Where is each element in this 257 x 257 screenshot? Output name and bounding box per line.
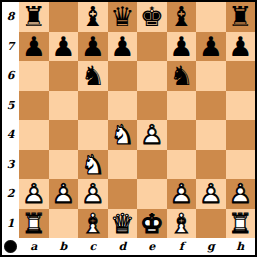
square-a7[interactable]: ♟ [19,32,49,62]
black-pawn[interactable]: ♟ [19,32,49,62]
file-label-h: h [226,238,256,255]
square-c2[interactable]: ♟♙ [78,179,108,209]
black-bishop-glyph: ♝ [78,2,108,32]
square-e8[interactable]: ♚ [137,2,167,32]
black-rook[interactable]: ♜ [19,2,49,32]
square-b8[interactable] [49,2,79,32]
square-f4[interactable] [167,120,197,150]
square-b6[interactable] [49,61,79,91]
white-bishop[interactable]: ♝♗ [167,209,197,239]
square-d2[interactable] [108,179,138,209]
square-g6[interactable] [196,61,226,91]
white-pawn[interactable]: ♟♙ [196,179,226,209]
square-a1[interactable]: ♜♖ [19,209,49,239]
square-d1[interactable]: ♛♕ [108,209,138,239]
black-knight-glyph: ♞ [167,61,197,91]
square-c4[interactable] [78,120,108,150]
square-h7[interactable]: ♟ [226,32,256,62]
black-pawn-glyph: ♟ [78,32,108,62]
square-h6[interactable] [226,61,256,91]
white-king[interactable]: ♚♔ [137,209,167,239]
white-pawn-outline: ♙ [78,179,108,209]
square-g4[interactable] [196,120,226,150]
file-label-a: a [19,238,49,255]
white-pawn-outline: ♙ [226,179,256,209]
white-bishop-outline: ♗ [167,209,197,239]
file-label-b: b [49,238,79,255]
square-h1[interactable]: ♜♖ [226,209,256,239]
file-label-d: d [108,238,138,255]
rank-label-5: 5 [2,91,19,121]
square-f6[interactable]: ♞ [167,61,197,91]
square-a3[interactable] [19,150,49,180]
to-move-indicator-black [2,238,19,255]
file-label-e: e [137,238,167,255]
white-rook[interactable]: ♜♖ [226,209,256,239]
white-pawn[interactable]: ♟♙ [19,179,49,209]
file-label-c: c [78,238,108,255]
white-bishop[interactable]: ♝♗ [78,209,108,239]
black-pawn[interactable]: ♟ [78,32,108,62]
square-c5[interactable] [78,91,108,121]
white-pawn[interactable]: ♟♙ [49,179,79,209]
black-pawn[interactable]: ♟ [226,32,256,62]
white-pawn[interactable]: ♟♙ [167,179,197,209]
square-d4[interactable]: ♞♘ [108,120,138,150]
square-e4[interactable]: ♟♙ [137,120,167,150]
white-queen-outline: ♕ [108,209,138,239]
square-e7[interactable] [137,32,167,62]
white-pawn[interactable]: ♟♙ [226,179,256,209]
black-pawn-glyph: ♟ [19,32,49,62]
square-c7[interactable]: ♟ [78,32,108,62]
square-c3[interactable]: ♞♘ [78,150,108,180]
square-d6[interactable] [108,61,138,91]
square-h3[interactable] [226,150,256,180]
white-pawn-outline: ♙ [19,179,49,209]
black-pawn[interactable]: ♟ [196,32,226,62]
square-a6[interactable] [19,61,49,91]
square-g1[interactable] [196,209,226,239]
chess-diagram: 8♜♝♛♚♝♜7♟♟♟♟♟♟♟6♞♞54♞♘♟♙3♞♘2♟♙♟♙♟♙♟♙♟♙♟♙… [0,0,257,257]
white-bishop-outline: ♗ [78,209,108,239]
white-rook-outline: ♖ [226,209,256,239]
black-pawn[interactable]: ♟ [108,32,138,62]
rank-label-3: 3 [2,150,19,180]
square-d3[interactable] [108,150,138,180]
square-e6[interactable] [137,61,167,91]
black-pawn-glyph: ♟ [108,32,138,62]
square-d5[interactable] [108,91,138,121]
square-d7[interactable]: ♟ [108,32,138,62]
black-pawn[interactable]: ♟ [167,32,197,62]
black-pawn-glyph: ♟ [49,32,79,62]
square-a4[interactable] [19,120,49,150]
black-knight-glyph: ♞ [78,61,108,91]
black-to-move-dot-icon [4,240,17,253]
black-rook[interactable]: ♜ [226,2,256,32]
square-c1[interactable]: ♝♗ [78,209,108,239]
white-rook[interactable]: ♜♖ [19,209,49,239]
black-king-glyph: ♚ [137,2,167,32]
square-h8[interactable]: ♜ [226,2,256,32]
file-label-f: f [167,238,197,255]
square-g8[interactable] [196,2,226,32]
square-b5[interactable] [49,91,79,121]
white-pawn[interactable]: ♟♙ [78,179,108,209]
rank-label-6: 6 [2,61,19,91]
white-knight-outline: ♘ [78,150,108,180]
square-f7[interactable]: ♟ [167,32,197,62]
black-queen[interactable]: ♛ [108,2,138,32]
square-g3[interactable] [196,150,226,180]
black-pawn[interactable]: ♟ [49,32,79,62]
black-knight[interactable]: ♞ [167,61,197,91]
square-a2[interactable]: ♟♙ [19,179,49,209]
black-knight[interactable]: ♞ [78,61,108,91]
white-king-outline: ♔ [137,209,167,239]
square-b4[interactable] [49,120,79,150]
black-bishop-glyph: ♝ [167,2,197,32]
white-pawn-outline: ♙ [137,120,167,150]
square-b7[interactable]: ♟ [49,32,79,62]
file-label-g: g [196,238,226,255]
square-d8[interactable]: ♛ [108,2,138,32]
black-bishop[interactable]: ♝ [78,2,108,32]
square-c6[interactable]: ♞ [78,61,108,91]
rank-label-8: 8 [2,2,19,32]
black-pawn-glyph: ♟ [196,32,226,62]
square-g7[interactable]: ♟ [196,32,226,62]
black-rook-glyph: ♜ [19,2,49,32]
square-f8[interactable]: ♝ [167,2,197,32]
rank-label-2: 2 [2,179,19,209]
square-f5[interactable] [167,91,197,121]
square-e1[interactable]: ♚♔ [137,209,167,239]
white-rook-outline: ♖ [19,209,49,239]
square-f2[interactable]: ♟♙ [167,179,197,209]
white-pawn-outline: ♙ [167,179,197,209]
square-e5[interactable] [137,91,167,121]
square-f3[interactable] [167,150,197,180]
square-h4[interactable] [226,120,256,150]
square-b3[interactable] [49,150,79,180]
square-g5[interactable] [196,91,226,121]
square-a8[interactable]: ♜ [19,2,49,32]
white-knight[interactable]: ♞♘ [108,120,138,150]
square-e2[interactable] [137,179,167,209]
square-e3[interactable] [137,150,167,180]
square-b2[interactable]: ♟♙ [49,179,79,209]
square-c8[interactable]: ♝ [78,2,108,32]
white-pawn-outline: ♙ [196,179,226,209]
square-a5[interactable] [19,91,49,121]
white-pawn[interactable]: ♟♙ [137,120,167,150]
square-h5[interactable] [226,91,256,121]
white-pawn-outline: ♙ [49,179,79,209]
black-king[interactable]: ♚ [137,2,167,32]
white-queen[interactable]: ♛♕ [108,209,138,239]
rank-label-4: 4 [2,120,19,150]
black-pawn-glyph: ♟ [167,32,197,62]
square-b1[interactable] [49,209,79,239]
black-bishop[interactable]: ♝ [167,2,197,32]
white-knight-outline: ♘ [108,120,138,150]
square-h2[interactable]: ♟♙ [226,179,256,209]
board-grid: 8♜♝♛♚♝♜7♟♟♟♟♟♟♟6♞♞54♞♘♟♙3♞♘2♟♙♟♙♟♙♟♙♟♙♟♙… [2,2,255,255]
rank-label-1: 1 [2,209,19,239]
white-knight[interactable]: ♞♘ [78,150,108,180]
rank-label-7: 7 [2,32,19,62]
black-queen-glyph: ♛ [108,2,138,32]
black-pawn-glyph: ♟ [226,32,256,62]
square-g2[interactable]: ♟♙ [196,179,226,209]
black-rook-glyph: ♜ [226,2,256,32]
square-f1[interactable]: ♝♗ [167,209,197,239]
